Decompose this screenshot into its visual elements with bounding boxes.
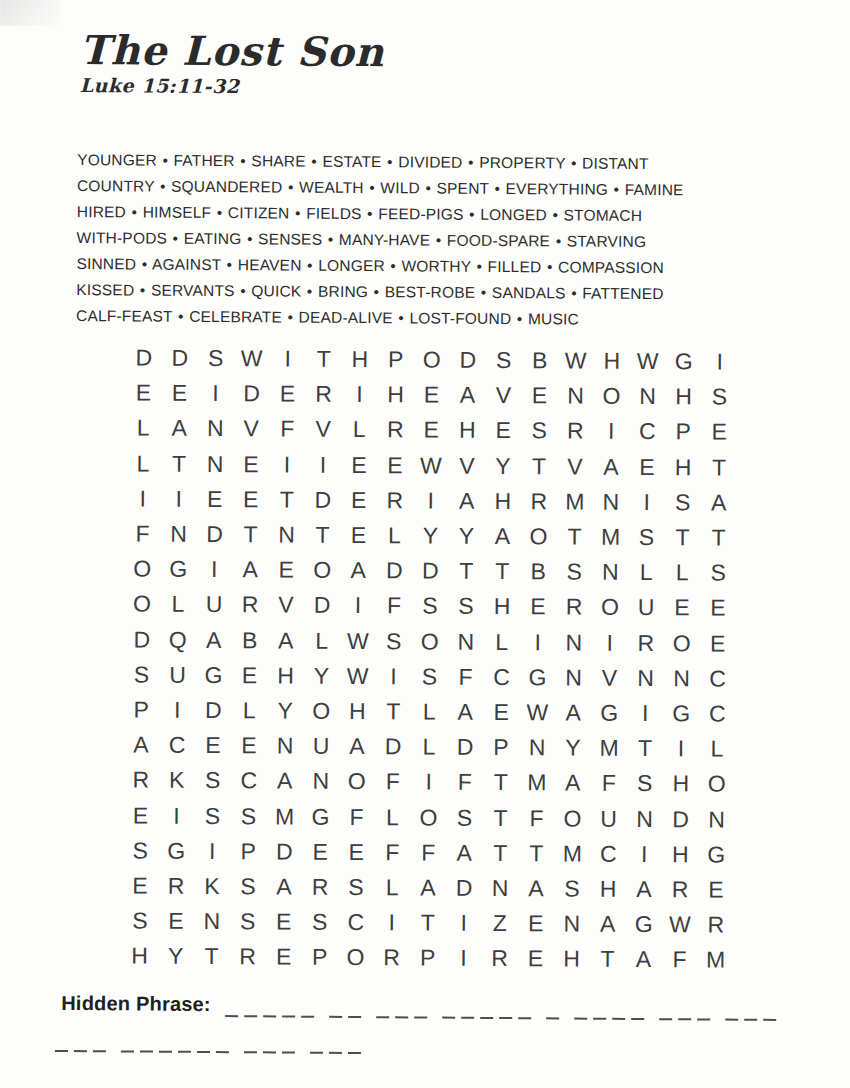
grid-cell: R	[662, 872, 698, 907]
grid-cell: H	[485, 484, 521, 519]
grid-cell: G	[302, 799, 338, 834]
grid-cell: E	[413, 378, 449, 413]
grid-cell: S	[628, 520, 664, 555]
grid-cell: E	[517, 941, 553, 976]
grid-cell: P	[301, 940, 337, 975]
grid-cell: A	[196, 622, 232, 657]
grid-cell: D	[375, 729, 411, 764]
grid-cell: T	[700, 520, 736, 555]
grid-cell: O	[337, 940, 373, 975]
grid-cell: A	[446, 835, 482, 870]
hidden-phrase-label: Hidden Phrase:	[61, 992, 211, 1016]
grid-cell: E	[521, 378, 557, 413]
blank-slot	[546, 1017, 559, 1020]
grid-cell: S	[122, 903, 158, 938]
grid-cell: T	[482, 836, 518, 871]
grid-cell: C	[699, 696, 735, 731]
grid-cell: R	[229, 939, 265, 974]
grid-cell: I	[663, 731, 699, 766]
grid-cell: L	[664, 555, 700, 590]
grid-cell: E	[195, 728, 231, 763]
grid-cell: I	[375, 659, 411, 694]
blank-slot	[414, 1016, 427, 1019]
grid-cell: S	[302, 905, 338, 940]
grid-cell: T	[518, 836, 554, 871]
grid-cell: R	[556, 590, 592, 625]
grid-cell: O	[412, 624, 448, 659]
blank-group	[574, 1017, 650, 1022]
grid-cell: I	[374, 905, 410, 940]
grid-cell: R	[232, 587, 268, 622]
grid-cell: E	[266, 904, 302, 939]
grid-cell: I	[413, 483, 449, 518]
grid-cell: S	[521, 414, 557, 449]
blank-slot	[263, 1015, 276, 1018]
grid-cell: S	[411, 659, 447, 694]
grid-cell: E	[340, 518, 376, 553]
grid-cell: D	[233, 376, 269, 411]
grid-cell: L	[125, 411, 161, 446]
blank-group	[310, 1051, 367, 1056]
grid-cell: I	[269, 447, 305, 482]
blank-slot	[329, 1051, 342, 1054]
grid-cell: L	[374, 800, 410, 835]
grid-cell: I	[159, 693, 195, 728]
blank-slot	[244, 1051, 257, 1054]
grid-cell: N	[303, 764, 339, 799]
grid-cell: I	[593, 414, 629, 449]
grid-cell: E	[485, 413, 521, 448]
grid-cell: H	[484, 589, 520, 624]
grid-cell: D	[305, 482, 341, 517]
grid-cell: Y	[412, 518, 448, 553]
grid-cell: M	[266, 799, 302, 834]
grid-cell: S	[554, 871, 590, 906]
blank-group	[329, 1015, 367, 1020]
grid-cell: S	[448, 589, 484, 624]
grid-cell: D	[266, 834, 302, 869]
grid-cell: A	[267, 764, 303, 799]
grid-cell: M	[697, 943, 733, 978]
grid-cell: O	[592, 590, 628, 625]
blank-slot	[282, 1051, 295, 1054]
grid-cell: Y	[485, 448, 521, 483]
grid-cell: E	[518, 906, 554, 941]
grid-cell: D	[412, 554, 448, 589]
grid-cell: L	[341, 412, 377, 447]
grid-cell: G	[160, 552, 196, 587]
grid-cell: A	[701, 485, 737, 520]
grid-cell: I	[702, 344, 738, 379]
blank-slot	[612, 1017, 625, 1020]
grid-cell: E	[302, 834, 338, 869]
grid-cell: L	[160, 587, 196, 622]
grid-cell: V	[449, 448, 485, 483]
grid-cell: A	[447, 695, 483, 730]
grid-cell: N	[160, 517, 196, 552]
grid-cell: T	[482, 800, 518, 835]
grid-cell: F	[447, 765, 483, 800]
grid-cell: A	[484, 519, 520, 554]
grid-cell: E	[413, 413, 449, 448]
grid-cell: S	[338, 870, 374, 905]
grid-cell: U	[628, 590, 664, 625]
grid-cell: C	[590, 836, 626, 871]
grid-cell: H	[342, 342, 378, 377]
grid-cell: O	[520, 519, 556, 554]
grid-cell: V	[268, 588, 304, 623]
grid-cell: E	[233, 482, 269, 517]
grid-cell: E	[483, 695, 519, 730]
grid-cell: I	[627, 696, 663, 731]
grid-cell: N	[698, 802, 734, 837]
grid-cell: T	[375, 694, 411, 729]
grid-cell: A	[161, 411, 197, 446]
grid-cell: H	[377, 377, 413, 412]
grid-cell: S	[412, 589, 448, 624]
blank-group	[55, 1049, 112, 1054]
grid-cell: F	[591, 766, 627, 801]
grid-cell: E	[377, 448, 413, 483]
grid-cell: E	[520, 589, 556, 624]
grid-cell: N	[593, 484, 629, 519]
grid-cell: E	[265, 940, 301, 975]
hidden-phrase-blanks-line-2	[55, 1036, 376, 1056]
grid-cell: C	[629, 414, 665, 449]
grid-cell: N	[267, 728, 303, 763]
grid-cell: H	[663, 766, 699, 801]
grid-cell: H	[449, 413, 485, 448]
grid-cell: E	[233, 447, 269, 482]
grid-cell: V	[557, 449, 593, 484]
blank-slot	[159, 1050, 172, 1053]
grid-cell: A	[555, 695, 591, 730]
grid-cell: N	[626, 801, 662, 836]
blank-group	[244, 1051, 301, 1056]
grid-cell: E	[197, 482, 233, 517]
grid-cell: H	[665, 450, 701, 485]
grid-cell: V	[485, 378, 521, 413]
grid-cell: R	[557, 414, 593, 449]
grid-cell: F	[661, 942, 697, 977]
blank-slot	[121, 1050, 134, 1053]
grid-cell: C	[338, 905, 374, 940]
grid-cell: S	[230, 904, 266, 939]
grid-cell: T	[521, 449, 557, 484]
blank-group	[442, 1016, 537, 1021]
grid-cell: S	[700, 556, 736, 591]
grid-cell: T	[483, 765, 519, 800]
blank-group	[225, 1015, 320, 1020]
grid-cell: P	[230, 834, 266, 869]
grid-cell: U	[196, 587, 232, 622]
grid-cell: E	[231, 728, 267, 763]
grid-cell: F	[447, 659, 483, 694]
grid-cell: S	[198, 341, 234, 376]
grid-cell: C	[159, 728, 195, 763]
grid-cell: A	[340, 553, 376, 588]
grid-cell: E	[701, 415, 737, 450]
grid-cell: O	[554, 801, 590, 836]
grid-cell: H	[121, 939, 157, 974]
grid-cell: T	[484, 554, 520, 589]
grid-cell: H	[339, 694, 375, 729]
grid-cell: L	[125, 446, 161, 481]
grid-cell: S	[122, 833, 158, 868]
grid-cell: I	[520, 625, 556, 660]
blank-slot	[480, 1016, 493, 1019]
grid-cell: M	[591, 731, 627, 766]
grid-cell: A	[449, 483, 485, 518]
blank-slot	[725, 1018, 738, 1021]
grid-cell: Y	[267, 693, 303, 728]
grid-cell: Y	[303, 658, 339, 693]
grid-cell: A	[268, 623, 304, 658]
grid-cell: I	[592, 625, 628, 660]
grid-cell: T	[556, 519, 592, 554]
grid-cell: I	[158, 798, 194, 833]
grid-cell: D	[196, 517, 232, 552]
blank-slot	[282, 1015, 295, 1018]
grid-cell: T	[448, 554, 484, 589]
grid-cell: I	[446, 906, 482, 941]
blank-slot	[461, 1016, 474, 1019]
grid-cell: I	[629, 485, 665, 520]
grid-cell: N	[592, 555, 628, 590]
grid-cell: E	[125, 376, 161, 411]
blank-slot	[216, 1051, 229, 1054]
grid-cell: N	[554, 906, 590, 941]
grid-cell: N	[663, 661, 699, 696]
grid-cell: W	[413, 448, 449, 483]
grid-cell: L	[376, 518, 412, 553]
grid-cell: L	[231, 693, 267, 728]
grid-cell: N	[627, 661, 663, 696]
grid-cell: A	[555, 766, 591, 801]
grid-cell: U	[159, 657, 195, 692]
grid-cell: R	[377, 483, 413, 518]
blank-slot	[310, 1051, 323, 1054]
grid-cell: D	[450, 343, 486, 378]
grid-cell: E	[161, 376, 197, 411]
grid-cell: V	[591, 660, 627, 695]
blank-group	[725, 1018, 782, 1023]
grid-cell: L	[411, 694, 447, 729]
grid-cell: R	[123, 763, 159, 798]
blank-group	[376, 1016, 433, 1021]
blank-slot	[518, 1017, 531, 1020]
grid-cell: R	[521, 484, 557, 519]
grid-cell: O	[699, 767, 735, 802]
grid-cell: S	[230, 869, 266, 904]
grid-cell: D	[162, 341, 198, 376]
grid-cell: T	[589, 942, 625, 977]
grid-cell: O	[593, 379, 629, 414]
grid-cell: A	[590, 907, 626, 942]
grid-cell: A	[232, 552, 268, 587]
grid-cell: L	[304, 623, 340, 658]
hidden-phrase-blanks-line-1	[225, 1001, 791, 1023]
grid-cell: I	[161, 481, 197, 516]
grid-cell: D	[195, 693, 231, 728]
grid-cell: F	[410, 835, 446, 870]
grid-cell: P	[378, 342, 414, 377]
grid-cell: E	[338, 835, 374, 870]
grid-cell: C	[483, 660, 519, 695]
grid-cell: I	[125, 481, 161, 516]
grid-cell: D	[446, 870, 482, 905]
grid-cell: W	[630, 344, 666, 379]
grid-cell: T	[161, 446, 197, 481]
grid-cell: R	[373, 940, 409, 975]
grid-cell: O	[303, 694, 339, 729]
grid-cell: E	[268, 553, 304, 588]
grid-cell: K	[159, 763, 195, 798]
grid-cell: E	[700, 626, 736, 661]
grid-cell: D	[447, 730, 483, 765]
grid-cell: V	[305, 412, 341, 447]
grid-cell: N	[555, 660, 591, 695]
grid-cell: G	[591, 696, 627, 731]
grid-cell: W	[662, 907, 698, 942]
grid-cell: P	[665, 415, 701, 450]
grid-cell: A	[410, 870, 446, 905]
grid-cell: G	[666, 344, 702, 379]
grid-cell: Q	[160, 622, 196, 657]
grid-cell: A	[449, 378, 485, 413]
grid-cell: S	[556, 555, 592, 590]
grid-cell: O	[124, 552, 160, 587]
grid-cell: R	[698, 907, 734, 942]
grid-cell: E	[231, 658, 267, 693]
grid-cell: T	[664, 520, 700, 555]
grid-cell: T	[193, 939, 229, 974]
grid-cell: F	[338, 799, 374, 834]
blank-slot	[348, 1015, 361, 1018]
grid-cell: S	[195, 763, 231, 798]
grid-cell: O	[664, 626, 700, 661]
blank-slot	[55, 1049, 68, 1052]
grid-cell: Z	[482, 906, 518, 941]
grid-cell: S	[701, 380, 737, 415]
grid-cell: N	[197, 446, 233, 481]
grid-cell: R	[302, 869, 338, 904]
blank-slot	[244, 1015, 257, 1018]
grid-cell: T	[232, 517, 268, 552]
grid-cell: B	[232, 623, 268, 658]
grid-cell: A	[626, 872, 662, 907]
grid-cell: H	[662, 837, 698, 872]
blank-slot	[499, 1017, 512, 1020]
grid-cell: T	[304, 518, 340, 553]
blank-slot	[631, 1017, 644, 1020]
grid-cell: L	[411, 729, 447, 764]
blank-slot	[574, 1017, 587, 1020]
grid-cell: H	[594, 344, 630, 379]
grid-cell: F	[376, 588, 412, 623]
grid-cell: N	[482, 871, 518, 906]
grid-cell: E	[698, 872, 734, 907]
grid-cell: P	[483, 730, 519, 765]
grid-cell: A	[625, 942, 661, 977]
grid-cell: S	[665, 485, 701, 520]
grid-cell: G	[195, 658, 231, 693]
grid-cell: A	[266, 869, 302, 904]
grid-cell: O	[414, 342, 450, 377]
blank-group	[546, 1017, 565, 1022]
grid-cell: O	[124, 587, 160, 622]
grid-cell: P	[123, 692, 159, 727]
grid-cell: O	[304, 553, 340, 588]
grid-cell: O	[339, 764, 375, 799]
grid-cell: R	[481, 941, 517, 976]
grid-cell: W	[558, 343, 594, 378]
blank-slot	[74, 1050, 87, 1053]
grid-cell: I	[411, 765, 447, 800]
blank-slot	[197, 1050, 210, 1053]
blank-slot	[301, 1015, 314, 1018]
grid-cell: W	[234, 341, 270, 376]
grid-cell: N	[194, 904, 230, 939]
grid-cell: O	[410, 800, 446, 835]
grid-cell: E	[341, 483, 377, 518]
grid-cell: G	[698, 837, 734, 872]
grid-cell: T	[701, 450, 737, 485]
grid-cell: R	[158, 868, 194, 903]
blank-slot	[225, 1015, 238, 1018]
grid-cell: N	[197, 411, 233, 446]
grid-cell: F	[375, 764, 411, 799]
grid-cell: M	[592, 520, 628, 555]
grid-cell: F	[124, 516, 160, 551]
grid-cell: T	[306, 342, 342, 377]
grid-cell: H	[590, 871, 626, 906]
grid-cell: E	[700, 591, 736, 626]
grid-cell: I	[197, 376, 233, 411]
grid-cell: S	[486, 343, 522, 378]
letter-grid: DDSWITHPODSBWHWGIEEIDERIHEAVENONHSLANVFV…	[121, 340, 737, 978]
grid-cell: N	[557, 379, 593, 414]
blank-slot	[395, 1016, 408, 1019]
blank-slot	[140, 1050, 153, 1053]
grid-cell: B	[522, 343, 558, 378]
grid-cell: H	[665, 379, 701, 414]
grid-cell: D	[304, 588, 340, 623]
grid-cell: A	[593, 449, 629, 484]
grid-cell: T	[627, 731, 663, 766]
word-list-line: CALF-FEAST • CELEBRATE • DEAD-ALIVE • LO…	[76, 303, 806, 334]
scan-smudge	[0, 0, 60, 26]
grid-cell: T	[410, 905, 446, 940]
grid-cell: N	[629, 379, 665, 414]
grid-cell: N	[519, 730, 555, 765]
blank-slot	[744, 1018, 757, 1021]
blank-slot	[348, 1051, 361, 1054]
grid-cell: I	[341, 377, 377, 412]
grid-cell: S	[194, 798, 230, 833]
grid-cell: W	[339, 659, 375, 694]
blank-slot	[697, 1018, 710, 1021]
grid-cell: A	[339, 729, 375, 764]
grid-cell: N	[268, 517, 304, 552]
blank-slot	[678, 1018, 691, 1021]
grid-cell: G	[158, 833, 194, 868]
grid-cell: F	[374, 835, 410, 870]
grid-cell: E	[158, 904, 194, 939]
grid-cell: M	[519, 765, 555, 800]
grid-cell: V	[233, 412, 269, 447]
grid-cell: W	[519, 695, 555, 730]
